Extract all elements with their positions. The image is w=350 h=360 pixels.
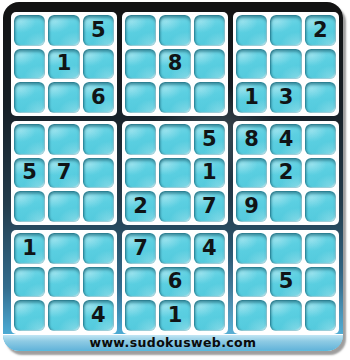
sudoku-cell-r5c5[interactable] [159, 158, 190, 189]
sudoku-cell-r5c2[interactable]: 7 [48, 158, 79, 189]
sudoku-cell-r9c5[interactable]: 1 [159, 300, 190, 331]
box-3-3: 5 [233, 230, 339, 334]
box-3-1: 14 [11, 230, 117, 334]
sudoku-screenshot: 516821357512784291474615 www.sudokusweb.… [0, 0, 350, 360]
box-1-1: 516 [11, 12, 117, 116]
footer-bar: www.sudokusweb.com [3, 334, 343, 350]
box-3-2: 7461 [122, 230, 228, 334]
sudoku-cell-r5c1[interactable]: 5 [14, 158, 45, 189]
sudoku-cell-r8c4[interactable] [125, 267, 156, 298]
sudoku-cell-r7c6[interactable]: 4 [194, 233, 225, 264]
box-2-3: 8429 [233, 121, 339, 225]
sudoku-cell-r8c1[interactable] [14, 267, 45, 298]
sudoku-cell-r9c2[interactable] [48, 300, 79, 331]
sudoku-cell-r7c5[interactable] [159, 233, 190, 264]
sudoku-cell-r1c2[interactable] [48, 15, 79, 46]
sudoku-cell-r3c2[interactable] [48, 82, 79, 113]
sudoku-cell-r4c9[interactable] [305, 124, 336, 155]
sudoku-cell-r9c8[interactable] [270, 300, 301, 331]
sudoku-cell-r2c9[interactable] [305, 49, 336, 80]
sudoku-cell-r9c9[interactable] [305, 300, 336, 331]
sudoku-cell-r3c5[interactable] [159, 82, 190, 113]
sudoku-cell-r3c8[interactable]: 3 [270, 82, 301, 113]
sudoku-cell-r4c7[interactable]: 8 [236, 124, 267, 155]
sudoku-cell-r6c9[interactable] [305, 191, 336, 222]
sudoku-cell-r4c4[interactable] [125, 124, 156, 155]
sudoku-cell-r1c8[interactable] [270, 15, 301, 46]
sudoku-cell-r4c3[interactable] [83, 124, 114, 155]
sudoku-cell-r3c3[interactable]: 6 [83, 82, 114, 113]
sudoku-cell-r6c4[interactable]: 2 [125, 191, 156, 222]
sudoku-cell-r8c2[interactable] [48, 267, 79, 298]
sudoku-cell-r8c9[interactable] [305, 267, 336, 298]
sudoku-cell-r5c9[interactable] [305, 158, 336, 189]
sudoku-cell-r2c6[interactable] [194, 49, 225, 80]
sudoku-cell-r9c4[interactable] [125, 300, 156, 331]
sudoku-cell-r9c6[interactable] [194, 300, 225, 331]
sudoku-cell-r2c4[interactable] [125, 49, 156, 80]
box-1-2: 8 [122, 12, 228, 116]
sudoku-cell-r9c1[interactable] [14, 300, 45, 331]
sudoku-cell-r2c3[interactable] [83, 49, 114, 80]
sudoku-cell-r7c2[interactable] [48, 233, 79, 264]
sudoku-cell-r2c2[interactable]: 1 [48, 49, 79, 80]
sudoku-cell-r2c7[interactable] [236, 49, 267, 80]
sudoku-cell-r9c7[interactable] [236, 300, 267, 331]
sudoku-cell-r8c7[interactable] [236, 267, 267, 298]
sudoku-cell-r6c1[interactable] [14, 191, 45, 222]
sudoku-cell-r8c5[interactable]: 6 [159, 267, 190, 298]
sudoku-cell-r8c6[interactable] [194, 267, 225, 298]
sudoku-cell-r7c3[interactable] [83, 233, 114, 264]
sudoku-cell-r4c1[interactable] [14, 124, 45, 155]
box-2-1: 57 [11, 121, 117, 225]
sudoku-cell-r1c1[interactable] [14, 15, 45, 46]
sudoku-cell-r1c3[interactable]: 5 [83, 15, 114, 46]
sudoku-cell-r6c8[interactable] [270, 191, 301, 222]
box-1-3: 213 [233, 12, 339, 116]
sudoku-cell-r7c7[interactable] [236, 233, 267, 264]
sudoku-cell-r2c1[interactable] [14, 49, 45, 80]
sudoku-cell-r4c5[interactable] [159, 124, 190, 155]
site-url: www.sudokusweb.com [89, 335, 256, 350]
sudoku-cell-r6c5[interactable] [159, 191, 190, 222]
sudoku-cell-r5c3[interactable] [83, 158, 114, 189]
sudoku-cell-r3c4[interactable] [125, 82, 156, 113]
sudoku-cell-r3c1[interactable] [14, 82, 45, 113]
sudoku-cell-r1c5[interactable] [159, 15, 190, 46]
sudoku-cell-r2c5[interactable]: 8 [159, 49, 190, 80]
sudoku-cell-r6c3[interactable] [83, 191, 114, 222]
sudoku-cell-r7c8[interactable] [270, 233, 301, 264]
sudoku-cell-r8c8[interactable]: 5 [270, 267, 301, 298]
sudoku-cell-r6c7[interactable]: 9 [236, 191, 267, 222]
sudoku-cell-r3c7[interactable]: 1 [236, 82, 267, 113]
sudoku-cell-r2c8[interactable] [270, 49, 301, 80]
box-2-2: 5127 [122, 121, 228, 225]
sudoku-cell-r3c6[interactable] [194, 82, 225, 113]
sudoku-cell-r7c1[interactable]: 1 [14, 233, 45, 264]
sudoku-board: 516821357512784291474615 [11, 12, 339, 334]
sudoku-cell-r6c6[interactable]: 7 [194, 191, 225, 222]
sudoku-cell-r5c7[interactable] [236, 158, 267, 189]
sudoku-cell-r1c4[interactable] [125, 15, 156, 46]
sudoku-cell-r1c6[interactable] [194, 15, 225, 46]
sudoku-cell-r6c2[interactable] [48, 191, 79, 222]
sudoku-cell-r4c6[interactable]: 5 [194, 124, 225, 155]
sudoku-cell-r7c9[interactable] [305, 233, 336, 264]
sudoku-cell-r4c2[interactable] [48, 124, 79, 155]
board-frame: 516821357512784291474615 www.sudokusweb.… [3, 2, 343, 351]
sudoku-cell-r5c8[interactable]: 2 [270, 158, 301, 189]
sudoku-cell-r4c8[interactable]: 4 [270, 124, 301, 155]
sudoku-cell-r5c6[interactable]: 1 [194, 158, 225, 189]
sudoku-cell-r8c3[interactable] [83, 267, 114, 298]
sudoku-cell-r5c4[interactable] [125, 158, 156, 189]
sudoku-cell-r1c7[interactable] [236, 15, 267, 46]
sudoku-cell-r3c9[interactable] [305, 82, 336, 113]
sudoku-cell-r7c4[interactable]: 7 [125, 233, 156, 264]
sudoku-cell-r1c9[interactable]: 2 [305, 15, 336, 46]
sudoku-cell-r9c3[interactable]: 4 [83, 300, 114, 331]
